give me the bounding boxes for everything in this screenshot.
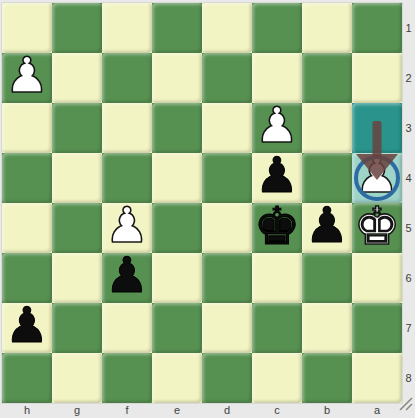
square-c7[interactable] <box>252 303 302 353</box>
square-f4[interactable] <box>102 153 152 203</box>
square-f7[interactable] <box>102 303 152 353</box>
square-a1[interactable] <box>352 3 402 53</box>
square-g5[interactable] <box>52 203 102 253</box>
square-g4[interactable] <box>52 153 102 203</box>
square-b6[interactable] <box>302 253 352 303</box>
square-a6[interactable] <box>352 253 402 303</box>
square-c5[interactable]: ♚ <box>252 203 302 253</box>
square-g7[interactable] <box>52 303 102 353</box>
square-d1[interactable] <box>202 3 252 53</box>
rank-label-7: 7 <box>402 303 415 353</box>
white-pawn-a4[interactable]: ♟ <box>355 151 399 201</box>
square-c1[interactable] <box>252 3 302 53</box>
square-g8[interactable] <box>52 353 102 403</box>
file-label-h: h <box>2 404 52 417</box>
rank-label-6: 6 <box>402 253 415 303</box>
square-e5[interactable] <box>152 203 202 253</box>
square-a7[interactable] <box>352 303 402 353</box>
file-label-c: c <box>252 404 302 417</box>
square-e1[interactable] <box>152 3 202 53</box>
rank-labels: 12345678 <box>402 3 415 403</box>
file-label-a: a <box>352 404 402 417</box>
file-label-b: b <box>302 404 352 417</box>
black-king-c5[interactable]: ♚ <box>254 201 301 251</box>
square-c2[interactable] <box>252 53 302 103</box>
square-f5[interactable]: ♟ <box>102 203 152 253</box>
white-pawn-c3[interactable]: ♟ <box>255 101 299 151</box>
file-label-g: g <box>52 404 102 417</box>
square-b5[interactable]: ♟ <box>302 203 352 253</box>
white-pawn-f5[interactable]: ♟ <box>105 201 149 251</box>
square-a5[interactable]: ♚ <box>352 203 402 253</box>
square-g3[interactable] <box>52 103 102 153</box>
square-g2[interactable] <box>52 53 102 103</box>
square-e7[interactable] <box>152 303 202 353</box>
square-g6[interactable] <box>52 253 102 303</box>
square-h1[interactable] <box>2 3 52 53</box>
square-e8[interactable] <box>152 353 202 403</box>
square-d3[interactable] <box>202 103 252 153</box>
square-e4[interactable] <box>152 153 202 203</box>
square-e3[interactable] <box>152 103 202 153</box>
square-b7[interactable] <box>302 303 352 353</box>
rank-label-1: 1 <box>402 3 415 53</box>
resize-grip[interactable] <box>396 394 414 412</box>
square-f3[interactable] <box>102 103 152 153</box>
square-h7[interactable]: ♟ <box>2 303 52 353</box>
black-pawn-c4[interactable]: ♟ <box>255 151 299 201</box>
rank-label-5: 5 <box>402 203 415 253</box>
square-f1[interactable] <box>102 3 152 53</box>
square-f2[interactable] <box>102 53 152 103</box>
square-b4[interactable] <box>302 153 352 203</box>
square-g1[interactable] <box>52 3 102 53</box>
square-f6[interactable]: ♟ <box>102 253 152 303</box>
white-king-a5[interactable]: ♚ <box>354 201 401 251</box>
file-label-f: f <box>102 404 152 417</box>
square-f8[interactable] <box>102 353 152 403</box>
black-pawn-h7[interactable]: ♟ <box>5 301 49 351</box>
file-labels: hgfedcba <box>2 404 402 418</box>
chess-board: ♟♟♟♟♟♚♟♚♟♟ <box>2 3 402 403</box>
square-h4[interactable] <box>2 153 52 203</box>
file-label-e: e <box>152 404 202 417</box>
square-d7[interactable] <box>202 303 252 353</box>
square-b2[interactable] <box>302 53 352 103</box>
square-c8[interactable] <box>252 353 302 403</box>
square-b1[interactable] <box>302 3 352 53</box>
square-e2[interactable] <box>152 53 202 103</box>
square-a2[interactable] <box>352 53 402 103</box>
square-h8[interactable] <box>2 353 52 403</box>
square-h3[interactable] <box>2 103 52 153</box>
rank-label-2: 2 <box>402 53 415 103</box>
square-d8[interactable] <box>202 353 252 403</box>
square-h6[interactable] <box>2 253 52 303</box>
square-a3[interactable] <box>352 103 402 153</box>
square-e6[interactable] <box>152 253 202 303</box>
square-h2[interactable]: ♟ <box>2 53 52 103</box>
square-a8[interactable] <box>352 353 402 403</box>
square-c3[interactable]: ♟ <box>252 103 302 153</box>
square-d4[interactable] <box>202 153 252 203</box>
square-d2[interactable] <box>202 53 252 103</box>
white-pawn-h2[interactable]: ♟ <box>5 51 49 101</box>
square-b3[interactable] <box>302 103 352 153</box>
rank-label-3: 3 <box>402 103 415 153</box>
square-d6[interactable] <box>202 253 252 303</box>
square-c6[interactable] <box>252 253 302 303</box>
square-h5[interactable] <box>2 203 52 253</box>
black-pawn-b5[interactable]: ♟ <box>305 201 349 251</box>
rank-label-4: 4 <box>402 153 415 203</box>
square-d5[interactable] <box>202 203 252 253</box>
file-label-d: d <box>202 404 252 417</box>
black-pawn-f6[interactable]: ♟ <box>105 251 149 301</box>
square-b8[interactable] <box>302 353 352 403</box>
